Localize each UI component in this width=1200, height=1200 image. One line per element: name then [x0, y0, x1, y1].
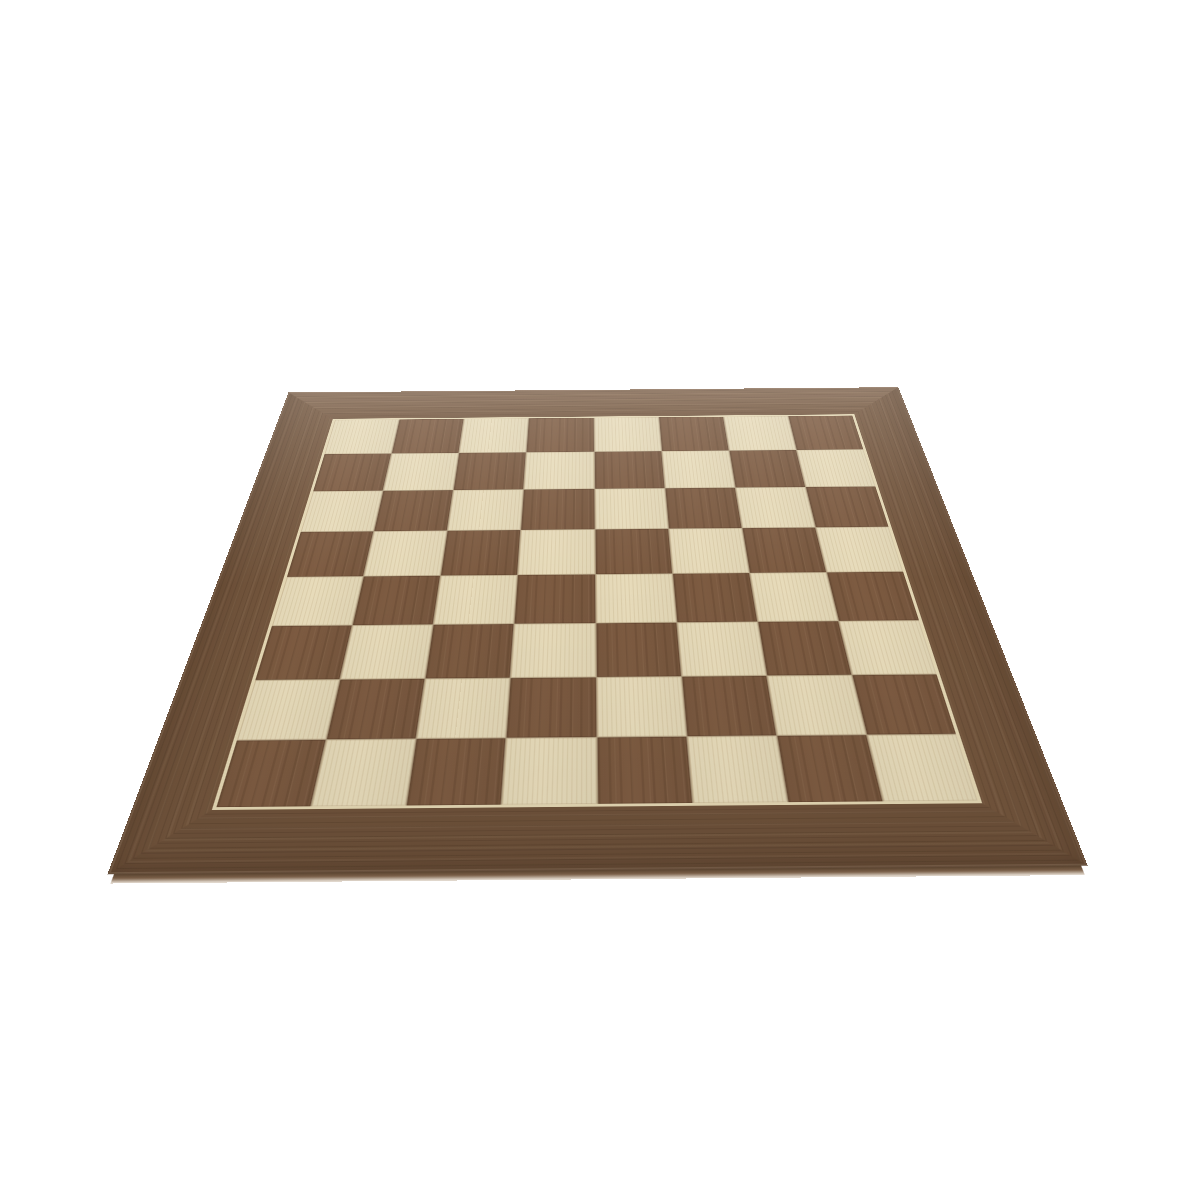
square-a4 [272, 576, 363, 625]
square-g8 [724, 416, 796, 450]
square-b4 [353, 576, 440, 625]
square-e3 [596, 623, 681, 677]
board-field [212, 414, 982, 810]
board-frame-bottom [107, 803, 1087, 875]
square-e6 [595, 489, 668, 530]
square-d1 [502, 738, 596, 805]
square-c2 [417, 678, 510, 738]
square-b7 [384, 453, 459, 490]
square-g6 [736, 487, 815, 528]
square-f2 [682, 676, 776, 736]
chess-board [107, 387, 1087, 874]
square-g4 [750, 572, 838, 621]
square-g3 [758, 621, 851, 675]
square-b5 [364, 531, 447, 576]
square-h8 [788, 416, 863, 450]
square-e2 [596, 677, 685, 737]
square-a1 [216, 740, 325, 807]
square-g5 [742, 528, 825, 572]
square-d4 [515, 574, 595, 623]
square-f5 [669, 529, 749, 573]
board-front-edge [111, 866, 1085, 884]
square-d2 [507, 677, 596, 737]
square-h4 [827, 572, 919, 621]
square-c3 [426, 624, 514, 678]
square-e7 [594, 451, 664, 488]
square-c8 [459, 418, 528, 452]
square-e4 [596, 574, 676, 623]
square-b2 [327, 679, 425, 739]
square-f4 [673, 573, 757, 622]
square-b8 [392, 419, 464, 453]
square-f3 [677, 622, 766, 676]
square-g1 [777, 735, 882, 802]
square-h5 [816, 527, 903, 571]
square-a2 [237, 680, 339, 740]
square-c5 [441, 530, 520, 575]
square-b6 [374, 490, 453, 531]
square-f8 [659, 417, 729, 451]
square-h2 [852, 674, 955, 734]
square-e8 [594, 417, 661, 451]
square-d3 [511, 623, 595, 677]
square-d8 [527, 418, 594, 452]
square-f6 [665, 488, 741, 529]
square-d5 [518, 530, 594, 575]
square-g7 [729, 450, 805, 487]
photo-background [0, 0, 1200, 1200]
square-a6 [301, 491, 383, 532]
square-h1 [867, 734, 977, 801]
square-h3 [839, 620, 936, 674]
square-c4 [434, 575, 517, 624]
square-a5 [287, 532, 373, 577]
square-a3 [255, 625, 351, 679]
square-e1 [597, 737, 692, 804]
square-c7 [454, 453, 526, 490]
board-grid [216, 416, 977, 808]
square-b3 [341, 625, 433, 679]
square-a8 [325, 419, 399, 453]
square-d6 [522, 489, 595, 530]
square-f1 [687, 736, 787, 803]
square-g2 [767, 675, 866, 735]
square-f7 [662, 451, 735, 488]
square-e5 [595, 529, 672, 574]
square-b1 [312, 739, 416, 806]
square-h6 [806, 487, 889, 528]
square-d7 [524, 452, 593, 489]
square-a7 [313, 454, 391, 491]
square-h7 [797, 450, 876, 487]
square-c1 [407, 738, 506, 805]
square-c6 [448, 490, 523, 531]
